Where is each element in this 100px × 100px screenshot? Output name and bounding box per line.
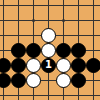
black-stone[interactable]	[71, 73, 86, 88]
go-board[interactable]: 1	[0, 0, 100, 100]
black-stone[interactable]	[71, 43, 86, 58]
white-stone[interactable]	[26, 58, 41, 73]
white-stone[interactable]	[56, 73, 71, 88]
black-stone[interactable]	[11, 58, 26, 73]
black-stone[interactable]	[11, 73, 26, 88]
move-1-stone[interactable]: 1	[41, 58, 56, 73]
white-stone[interactable]	[41, 28, 56, 43]
move-number-label: 1	[45, 60, 52, 70]
grid-line-horizontal	[0, 20, 100, 21]
grid-line-horizontal	[0, 95, 100, 96]
black-stone[interactable]	[0, 58, 11, 73]
black-stone[interactable]	[11, 43, 26, 58]
black-stone[interactable]	[86, 58, 100, 73]
star-point	[32, 19, 35, 22]
white-stone[interactable]	[41, 43, 56, 58]
black-stone[interactable]	[56, 43, 71, 58]
grid-line-horizontal	[0, 5, 100, 6]
black-stone[interactable]	[71, 58, 86, 73]
star-point	[62, 19, 65, 22]
white-stone[interactable]	[26, 73, 41, 88]
black-stone[interactable]	[26, 43, 41, 58]
black-stone[interactable]	[0, 73, 11, 88]
white-stone[interactable]	[56, 58, 71, 73]
